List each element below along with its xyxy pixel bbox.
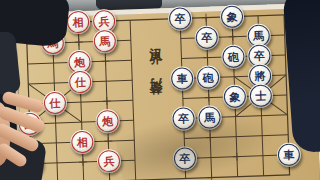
piece-black-soldier[interactable]: 卒 (168, 6, 193, 31)
piece-character: 馬 (93, 30, 116, 53)
piece-character: 卒 (195, 26, 218, 49)
piece-character: 象 (223, 85, 246, 108)
piece-red-soldier[interactable]: 兵 (97, 149, 122, 174)
piece-character: 象 (221, 5, 244, 28)
piece-black-chariot[interactable]: 車 (170, 66, 195, 91)
piece-black-elephant[interactable]: 象 (220, 4, 245, 29)
piece-character: 車 (278, 143, 301, 166)
piece-black-soldier[interactable]: 卒 (173, 146, 198, 171)
piece-character: 砲 (222, 45, 245, 68)
piece-character: 兵 (98, 150, 121, 173)
piece-black-advisor[interactable]: 士 (248, 83, 273, 108)
piece-black-cannon[interactable]: 砲 (221, 44, 246, 69)
photo-frame: 汉界 楚河 相兵卒象馬馬卒馬炮砲卒仕車砲將仕象士帥炮卒馬相車兵卒車 (0, 0, 320, 180)
piece-character: 車 (171, 67, 194, 90)
piece-black-soldier[interactable]: 卒 (194, 25, 219, 50)
piece-character: 士 (249, 84, 272, 107)
piece-character: 相 (71, 131, 94, 154)
piece-red-horse[interactable]: 馬 (92, 29, 117, 54)
piece-black-cannon[interactable]: 砲 (196, 65, 221, 90)
piece-black-soldier[interactable]: 卒 (171, 106, 196, 131)
piece-character: 馬 (198, 106, 221, 129)
piece-character: 炮 (96, 110, 119, 133)
piece-character: 卒 (169, 7, 192, 30)
piece-red-elephant[interactable]: 相 (66, 10, 91, 35)
piece-character: 卒 (172, 107, 195, 130)
piece-character: 卒 (174, 147, 197, 170)
piece-character: 砲 (197, 66, 220, 89)
piece-black-horse[interactable]: 馬 (197, 105, 222, 130)
piece-black-elephant[interactable]: 象 (222, 84, 247, 109)
piece-red-cannon[interactable]: 炮 (95, 109, 120, 134)
piece-character: 相 (67, 11, 90, 34)
player-hand[interactable] (0, 86, 74, 180)
piece-black-chariot[interactable]: 車 (276, 142, 301, 167)
